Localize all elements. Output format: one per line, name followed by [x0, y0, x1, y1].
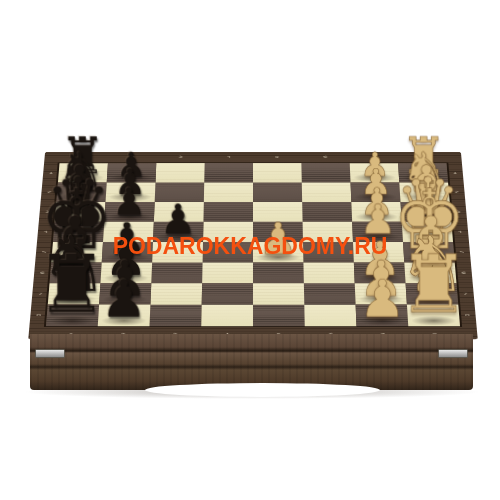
box-bottom-arch-cutout — [145, 383, 380, 397]
square-a3 — [301, 163, 350, 182]
square-a6 — [155, 163, 204, 182]
coordinate-labels-far: 12345678 — [60, 155, 446, 158]
square-f6 — [151, 263, 202, 284]
left-hinge — [35, 349, 65, 358]
square-h3 — [304, 305, 356, 327]
square-c5 — [203, 202, 253, 222]
chess-set-product-photo: ♜♟♟♜♞♟♟♞♝♟♟♝♛♟♟♛♚♟♟♚♝♟♟♝♞♟♟♞♜♟♟♜ 1234567… — [0, 0, 500, 500]
square-f5 — [202, 263, 253, 284]
coordinate-label: 5 — [253, 155, 301, 158]
square-a4 — [253, 163, 302, 182]
square-b4 — [253, 182, 302, 202]
square-a5 — [204, 163, 253, 182]
square-b5 — [204, 182, 253, 202]
coordinate-label: 8 — [398, 155, 446, 158]
coordinate-label: 7 — [349, 155, 397, 158]
square-h7: ♟ — [98, 305, 151, 327]
coordinate-label: 1 — [60, 155, 108, 158]
square-h4 — [253, 305, 305, 327]
square-f3 — [303, 263, 354, 284]
square-b3 — [302, 182, 352, 202]
square-c3 — [302, 202, 352, 222]
right-hinge — [438, 349, 468, 358]
coordinate-label: 4 — [205, 155, 253, 158]
coordinate-label: 2 — [108, 155, 156, 158]
square-h6 — [149, 305, 201, 327]
square-f4 — [253, 263, 304, 284]
square-h8: ♜ — [46, 305, 99, 327]
square-h5 — [201, 305, 253, 327]
piece-black-pawn: ♟ — [101, 273, 147, 325]
chess-box-front — [30, 334, 473, 390]
square-g4 — [253, 283, 304, 304]
coordinate-label: 3 — [156, 155, 204, 158]
square-g5 — [202, 283, 253, 304]
coordinate-label: 6 — [301, 155, 349, 158]
square-h1: ♜ — [407, 305, 460, 327]
square-g6 — [150, 283, 202, 304]
watermark-text: PODAROKKAGDOMY.RU — [0, 233, 500, 260]
square-g3 — [304, 283, 356, 304]
